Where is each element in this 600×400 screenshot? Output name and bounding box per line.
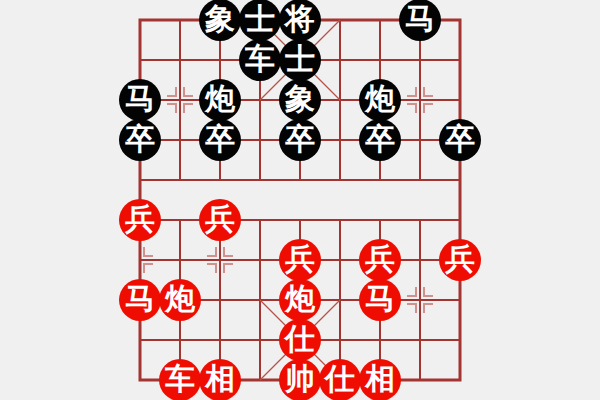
piece-red-cannon[interactable]: 炮 [159,279,201,321]
intersection-c1r5[interactable] [160,200,200,240]
intersection-c3r9[interactable] [240,360,280,400]
piece-black-soldier[interactable]: 卒 [359,119,401,161]
piece-red-elephant[interactable]: 相 [359,359,401,400]
piece-black-advisor[interactable]: 士 [279,39,321,81]
intersection-c0r2[interactable]: 马 [120,80,160,120]
piece-black-soldier[interactable]: 卒 [119,119,161,161]
intersection-c1r4[interactable] [160,160,200,200]
intersection-c7r2[interactable] [400,80,440,120]
intersection-c2r1[interactable] [200,40,240,80]
intersection-c2r0[interactable]: 象 [200,0,240,40]
piece-red-general[interactable]: 帅 [279,359,321,400]
piece-black-soldier[interactable]: 卒 [439,119,481,161]
intersection-c5r1[interactable] [320,40,360,80]
piece-black-elephant[interactable]: 象 [279,79,321,121]
intersection-c4r9[interactable]: 帅 [280,360,320,400]
intersection-c6r1[interactable] [360,40,400,80]
intersection-c1r9[interactable]: 车 [160,360,200,400]
intersection-c7r3[interactable] [400,120,440,160]
intersection-c8r5[interactable] [440,200,480,240]
intersection-c7r7[interactable] [400,280,440,320]
intersection-c5r4[interactable] [320,160,360,200]
intersection-c6r4[interactable] [360,160,400,200]
intersection-c1r8[interactable] [160,320,200,360]
piece-red-elephant[interactable]: 相 [199,359,241,400]
intersection-c0r1[interactable] [120,40,160,80]
piece-black-advisor[interactable]: 士 [239,0,281,41]
intersection-c7r0[interactable]: 马 [400,0,440,40]
intersection-c2r6[interactable] [200,240,240,280]
intersection-c8r1[interactable] [440,40,480,80]
intersection-c4r5[interactable] [280,200,320,240]
intersection-c1r6[interactable] [160,240,200,280]
intersection-c6r6[interactable]: 兵 [360,240,400,280]
piece-red-advisor[interactable]: 仕 [279,319,321,361]
intersection-c5r6[interactable] [320,240,360,280]
intersection-c7r8[interactable] [400,320,440,360]
piece-red-soldier[interactable]: 兵 [199,199,241,241]
intersection-c0r8[interactable] [120,320,160,360]
intersection-c3r1[interactable]: 车 [240,40,280,80]
intersection-c8r7[interactable] [440,280,480,320]
intersection-c4r7[interactable]: 炮 [280,280,320,320]
intersection-c8r6[interactable]: 兵 [440,240,480,280]
intersection-c7r5[interactable] [400,200,440,240]
piece-black-soldier[interactable]: 卒 [279,119,321,161]
intersection-c7r9[interactable] [400,360,440,400]
piece-red-advisor[interactable]: 仕 [319,359,361,400]
piece-black-elephant[interactable]: 象 [199,0,241,41]
intersection-c8r0[interactable] [440,0,480,40]
intersection-c2r9[interactable]: 相 [200,360,240,400]
intersection-c1r0[interactable] [160,0,200,40]
intersection-c8r3[interactable]: 卒 [440,120,480,160]
intersection-c6r5[interactable] [360,200,400,240]
intersection-c1r7[interactable]: 炮 [160,280,200,320]
intersection-c2r8[interactable] [200,320,240,360]
intersection-c5r3[interactable] [320,120,360,160]
piece-red-horse[interactable]: 马 [119,279,161,321]
intersection-c3r7[interactable] [240,280,280,320]
piece-grid: 象士将马车士马炮象炮卒卒卒卒卒兵兵兵兵兵马炮炮马仕车相帅仕相 [120,0,480,400]
intersection-c1r2[interactable] [160,80,200,120]
piece-red-soldier[interactable]: 兵 [119,199,161,241]
intersection-c8r8[interactable] [440,320,480,360]
piece-black-cannon[interactable]: 炮 [359,79,401,121]
intersection-c6r0[interactable] [360,0,400,40]
intersection-c2r3[interactable]: 卒 [200,120,240,160]
intersection-c4r0[interactable]: 将 [280,0,320,40]
intersection-c5r9[interactable]: 仕 [320,360,360,400]
piece-black-cannon[interactable]: 炮 [199,79,241,121]
piece-red-horse[interactable]: 马 [359,279,401,321]
intersection-c3r8[interactable] [240,320,280,360]
intersection-c4r6[interactable]: 兵 [280,240,320,280]
intersection-c6r7[interactable]: 马 [360,280,400,320]
intersection-c2r4[interactable] [200,160,240,200]
piece-black-soldier[interactable]: 卒 [199,119,241,161]
intersection-c7r4[interactable] [400,160,440,200]
piece-black-general[interactable]: 将 [279,0,321,41]
piece-red-chariot[interactable]: 车 [159,359,201,400]
intersection-c5r8[interactable] [320,320,360,360]
intersection-c6r3[interactable]: 卒 [360,120,400,160]
intersection-c0r7[interactable]: 马 [120,280,160,320]
intersection-c0r5[interactable]: 兵 [120,200,160,240]
intersection-c6r8[interactable] [360,320,400,360]
intersection-c4r4[interactable] [280,160,320,200]
intersection-c5r2[interactable] [320,80,360,120]
intersection-c2r2[interactable]: 炮 [200,80,240,120]
piece-red-soldier[interactable]: 兵 [359,239,401,281]
piece-red-soldier[interactable]: 兵 [439,239,481,281]
intersection-c7r1[interactable] [400,40,440,80]
intersection-c5r0[interactable] [320,0,360,40]
intersection-c0r3[interactable]: 卒 [120,120,160,160]
intersection-c1r1[interactable] [160,40,200,80]
intersection-c4r3[interactable]: 卒 [280,120,320,160]
intersection-c0r6[interactable] [120,240,160,280]
intersection-c0r4[interactable] [120,160,160,200]
xiangqi-board: 象士将马车士马炮象炮卒卒卒卒卒兵兵兵兵兵马炮炮马仕车相帅仕相 [0,0,600,400]
piece-black-horse[interactable]: 马 [119,79,161,121]
intersection-c1r3[interactable] [160,120,200,160]
intersection-c6r9[interactable]: 相 [360,360,400,400]
intersection-c4r8[interactable]: 仕 [280,320,320,360]
intersection-c0r9[interactable] [120,360,160,400]
intersection-c0r0[interactable] [120,0,160,40]
piece-black-chariot[interactable]: 车 [239,39,281,81]
intersection-c4r1[interactable]: 士 [280,40,320,80]
intersection-c3r3[interactable] [240,120,280,160]
intersection-c2r5[interactable]: 兵 [200,200,240,240]
intersection-c2r7[interactable] [200,280,240,320]
intersection-c3r4[interactable] [240,160,280,200]
piece-black-horse[interactable]: 马 [399,0,441,41]
intersection-c5r5[interactable] [320,200,360,240]
intersection-c3r6[interactable] [240,240,280,280]
piece-red-cannon[interactable]: 炮 [279,279,321,321]
intersection-c6r2[interactable]: 炮 [360,80,400,120]
intersection-c3r0[interactable]: 士 [240,0,280,40]
intersection-c5r7[interactable] [320,280,360,320]
intersection-c8r4[interactable] [440,160,480,200]
intersection-c4r2[interactable]: 象 [280,80,320,120]
intersection-c3r2[interactable] [240,80,280,120]
intersection-c8r9[interactable] [440,360,480,400]
intersection-c7r6[interactable] [400,240,440,280]
piece-red-soldier[interactable]: 兵 [279,239,321,281]
intersection-c3r5[interactable] [240,200,280,240]
intersection-c8r2[interactable] [440,80,480,120]
